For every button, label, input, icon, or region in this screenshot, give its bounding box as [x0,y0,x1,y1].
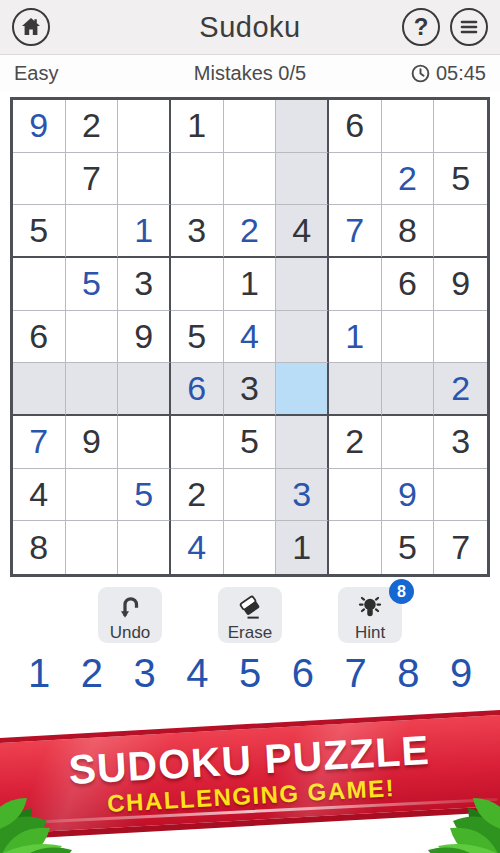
cell-r2c1[interactable] [13,153,66,206]
cell-r9c4[interactable]: 4 [171,521,224,574]
cell-r1c4[interactable]: 1 [171,100,224,153]
cell-r2c3[interactable] [118,153,171,206]
numpad-6[interactable]: 6 [280,651,326,696]
mistakes-label: Mistakes 0/5 [0,62,500,85]
cell-r4c9[interactable]: 9 [434,258,487,311]
cell-r4c1[interactable] [13,258,66,311]
home-button[interactable] [12,8,50,46]
cell-r2c8[interactable]: 2 [382,153,435,206]
cell-r6c2[interactable] [66,363,119,416]
cell-r3c9[interactable] [434,205,487,258]
cell-r5c6[interactable] [276,311,329,364]
hint-button[interactable]: 8 Hint [338,587,402,643]
cell-r8c2[interactable] [66,469,119,522]
cell-r4c4[interactable] [171,258,224,311]
undo-icon [115,592,145,622]
numpad-8[interactable]: 8 [385,651,431,696]
cell-r1c2[interactable]: 2 [66,100,119,153]
cell-r4c5[interactable]: 1 [224,258,277,311]
cell-r6c1[interactable] [13,363,66,416]
numpad-9[interactable]: 9 [438,651,484,696]
cell-r9c3[interactable] [118,521,171,574]
cell-r7c3[interactable] [118,416,171,469]
question-icon: ? [414,15,429,39]
cell-r7c1[interactable]: 7 [13,416,66,469]
cell-r5c5[interactable]: 4 [224,311,277,364]
cell-r7c5[interactable]: 5 [224,416,277,469]
cell-r3c8[interactable]: 8 [382,205,435,258]
cell-r3c1[interactable]: 5 [13,205,66,258]
cell-r8c3[interactable]: 5 [118,469,171,522]
cell-r5c3[interactable]: 9 [118,311,171,364]
cell-r6c6[interactable] [276,363,329,416]
cell-r2c5[interactable] [224,153,277,206]
cell-r7c8[interactable] [382,416,435,469]
ad-banner[interactable]: SUDOKU PUZZLE CHALLENGING GAME! [0,702,500,853]
numpad: 123456789 [0,651,500,696]
cell-r3c4[interactable]: 3 [171,205,224,258]
numpad-1[interactable]: 1 [16,651,62,696]
home-icon [19,15,43,39]
hint-count-badge: 8 [389,579,414,604]
cell-r9c7[interactable] [329,521,382,574]
cell-r2c4[interactable] [171,153,224,206]
numpad-7[interactable]: 7 [333,651,379,696]
cell-r6c3[interactable] [118,363,171,416]
cell-r6c5[interactable]: 3 [224,363,277,416]
leaves-left-icon [0,746,142,853]
cell-r8c6[interactable]: 3 [276,469,329,522]
ad-subtitle: CHALLENGING GAME! [107,774,396,818]
cell-r3c5[interactable]: 2 [224,205,277,258]
help-button[interactable]: ? [402,8,440,46]
cell-r6c4[interactable]: 6 [171,363,224,416]
cell-r1c5[interactable] [224,100,277,153]
status-bar: Easy Mistakes 0/5 05:45 [0,55,500,92]
cell-r5c1[interactable]: 6 [13,311,66,364]
board: 9216725513247853169695416327952345239841… [10,97,490,577]
cell-r8c5[interactable] [224,469,277,522]
cell-r9c9[interactable]: 7 [434,521,487,574]
cell-r9c8[interactable]: 5 [382,521,435,574]
cell-r2c7[interactable] [329,153,382,206]
header: Sudoku ? [0,0,500,55]
cell-r8c8[interactable]: 9 [382,469,435,522]
undo-button[interactable]: Undo [98,587,162,643]
hint-label: Hint [355,623,385,643]
cell-r9c5[interactable] [224,521,277,574]
cell-r5c9[interactable] [434,311,487,364]
cell-r9c6[interactable]: 1 [276,521,329,574]
cell-r5c7[interactable]: 1 [329,311,382,364]
cell-r3c3[interactable]: 1 [118,205,171,258]
cell-r2c6[interactable] [276,153,329,206]
cell-r1c9[interactable] [434,100,487,153]
eraser-icon [235,592,265,622]
cell-r3c6[interactable]: 4 [276,205,329,258]
numpad-4[interactable]: 4 [174,651,220,696]
cell-r8c4[interactable]: 2 [171,469,224,522]
cell-r9c2[interactable] [66,521,119,574]
cell-r4c2[interactable]: 5 [66,258,119,311]
cell-r3c7[interactable]: 7 [329,205,382,258]
leaves-right-icon [358,746,500,853]
undo-label: Undo [110,623,151,643]
cell-r5c2[interactable] [66,311,119,364]
cell-r8c9[interactable] [434,469,487,522]
cell-r4c6[interactable] [276,258,329,311]
hamburger-icon [458,16,480,38]
cell-r1c1[interactable]: 9 [13,100,66,153]
toolbar: Undo Erase 8 Hint [0,587,500,643]
numpad-5[interactable]: 5 [227,651,273,696]
cell-r2c2[interactable]: 7 [66,153,119,206]
cell-r1c8[interactable] [382,100,435,153]
cell-r6c7[interactable] [329,363,382,416]
cell-r7c2[interactable]: 9 [66,416,119,469]
erase-button[interactable]: Erase [218,587,282,643]
cell-r1c6[interactable] [276,100,329,153]
erase-label: Erase [228,623,272,643]
cell-r5c8[interactable] [382,311,435,364]
cell-r7c7[interactable]: 2 [329,416,382,469]
cell-r2c9[interactable]: 5 [434,153,487,206]
numpad-2[interactable]: 2 [69,651,115,696]
cell-r8c7[interactable] [329,469,382,522]
cell-r7c9[interactable]: 3 [434,416,487,469]
cell-r5c4[interactable]: 5 [171,311,224,364]
cell-r4c8[interactable]: 6 [382,258,435,311]
cell-r1c3[interactable] [118,100,171,153]
cell-r1c7[interactable]: 6 [329,100,382,153]
menu-button[interactable] [450,8,488,46]
cell-r8c1[interactable]: 4 [13,469,66,522]
cell-r4c3[interactable]: 3 [118,258,171,311]
cell-r7c6[interactable] [276,416,329,469]
numpad-3[interactable]: 3 [122,651,168,696]
lightbulb-icon [355,592,385,622]
cell-r3c2[interactable] [66,205,119,258]
cell-r6c8[interactable] [382,363,435,416]
cell-r6c9[interactable]: 2 [434,363,487,416]
cell-r9c1[interactable]: 8 [13,521,66,574]
cell-r7c4[interactable] [171,416,224,469]
cell-r4c7[interactable] [329,258,382,311]
